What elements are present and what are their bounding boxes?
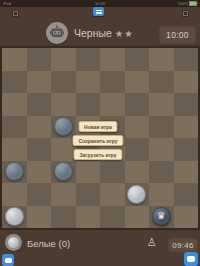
board-cell[interactable]: [2, 93, 27, 116]
board-cell[interactable]: [174, 161, 199, 184]
white-timer: 09:46: [168, 238, 198, 252]
board-cell[interactable]: [51, 206, 76, 229]
board-cell[interactable]: [2, 71, 27, 94]
board-cell[interactable]: [174, 93, 199, 116]
crown-icon: ♛: [157, 211, 166, 221]
message-icon[interactable]: [2, 254, 14, 266]
board-cell[interactable]: [100, 206, 125, 229]
board-cell[interactable]: [76, 48, 101, 71]
chat-bubble-icon: [5, 258, 12, 263]
board-cell[interactable]: [27, 48, 52, 71]
battery-percent: 100%: [178, 1, 188, 6]
board-cell[interactable]: [149, 48, 174, 71]
board-cell[interactable]: [27, 93, 52, 116]
white-checker-icon: [8, 237, 19, 248]
board-cell[interactable]: [125, 116, 150, 139]
settings-glyph: [183, 11, 188, 16]
chat-icon[interactable]: [184, 252, 198, 266]
board-cell[interactable]: [149, 71, 174, 94]
difficulty-stars-icon: ★★: [115, 28, 134, 39]
footer: Белые (0) ♙ 09:46: [0, 230, 200, 266]
status-time: 10:09: [0, 1, 200, 6]
white-piece-avatar: [5, 234, 22, 251]
status-battery: 100%: [178, 1, 197, 6]
board-cell[interactable]: [125, 206, 150, 229]
board-cell[interactable]: [174, 138, 199, 161]
robot-icon: [49, 25, 65, 41]
board-cell[interactable]: [51, 93, 76, 116]
board-cell[interactable]: [174, 48, 199, 71]
turn-indicator-pawn-icon: ♙: [147, 237, 157, 248]
white-man[interactable]: [5, 207, 24, 226]
board-cell[interactable]: [100, 71, 125, 94]
settings-icon[interactable]: [182, 10, 189, 17]
board-cell[interactable]: [125, 93, 150, 116]
menu-glyph: [13, 11, 18, 16]
board-cell[interactable]: [27, 206, 52, 229]
board-cell[interactable]: [149, 116, 174, 139]
board-cell[interactable]: [125, 71, 150, 94]
board-cell[interactable]: [76, 206, 101, 229]
board-cell[interactable]: [27, 183, 52, 206]
black-man[interactable]: [54, 117, 73, 136]
board-cell[interactable]: [76, 183, 101, 206]
board-cell[interactable]: [174, 183, 199, 206]
board-cell[interactable]: [125, 48, 150, 71]
board-cell[interactable]: [76, 161, 101, 184]
board-cell[interactable]: [2, 48, 27, 71]
board-cell[interactable]: [125, 183, 150, 206]
black-timer: 10:00: [159, 26, 196, 44]
board-cell[interactable]: [51, 48, 76, 71]
game-menu: Новая играСохранить игруЗагрузить игру: [72, 121, 123, 160]
board-cell[interactable]: [27, 116, 52, 139]
board-cell[interactable]: [125, 138, 150, 161]
board-cell[interactable]: [174, 116, 199, 139]
board-cell[interactable]: [125, 161, 150, 184]
robot-avatar: [46, 22, 68, 44]
board-cell[interactable]: [149, 183, 174, 206]
board-cell[interactable]: [27, 71, 52, 94]
save-game-button[interactable]: Сохранить игру: [72, 135, 123, 146]
load-game-button[interactable]: Загрузить игру: [73, 149, 122, 160]
board-cell[interactable]: [149, 161, 174, 184]
board-cell[interactable]: [149, 93, 174, 116]
board-cell[interactable]: [51, 183, 76, 206]
board-cell[interactable]: [27, 138, 52, 161]
board-cell[interactable]: ♛: [149, 206, 174, 229]
menu-icon[interactable]: [12, 10, 19, 17]
board-cell[interactable]: [27, 161, 52, 184]
board-cell[interactable]: [174, 206, 199, 229]
board-cell[interactable]: [76, 71, 101, 94]
board-cell[interactable]: [2, 206, 27, 229]
board-cell[interactable]: [174, 71, 199, 94]
new-game-button[interactable]: Новая игра: [78, 121, 118, 132]
chat-bubble-icon: [187, 256, 195, 262]
white-man[interactable]: [127, 185, 146, 204]
board-cell[interactable]: [51, 71, 76, 94]
board-cell[interactable]: [2, 138, 27, 161]
board-cell[interactable]: [2, 183, 27, 206]
board-cell[interactable]: [100, 161, 125, 184]
board-cell[interactable]: [2, 116, 27, 139]
status-bar: iPad 10:09 100%: [0, 0, 200, 7]
black-king[interactable]: ♛: [152, 207, 171, 226]
board-cell[interactable]: [2, 161, 27, 184]
board-cell[interactable]: [100, 93, 125, 116]
black-player-label: Черные: [74, 27, 112, 39]
board-cell[interactable]: [149, 138, 174, 161]
board-cell[interactable]: [100, 183, 125, 206]
black-man[interactable]: [5, 162, 24, 181]
board-cell[interactable]: [100, 48, 125, 71]
app-screen: iPad 10:09 100%: [0, 0, 200, 266]
board-cell[interactable]: [51, 161, 76, 184]
black-man[interactable]: [54, 162, 73, 181]
player-name-white: Белые (0): [27, 238, 70, 249]
battery-icon: [189, 1, 197, 6]
player-name-black: Черные ★★: [74, 27, 134, 39]
board-cell[interactable]: [76, 93, 101, 116]
header: Черные ★★ 10:00: [0, 7, 200, 46]
